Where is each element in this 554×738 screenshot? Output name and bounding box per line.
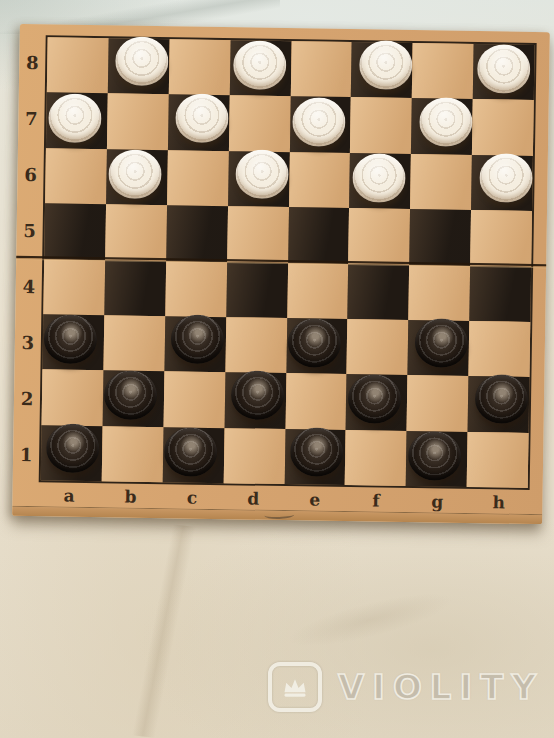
square-d1 [223, 428, 285, 484]
black-checker-f2 [348, 375, 402, 425]
square-b5 [105, 204, 167, 260]
square-h1 [467, 432, 529, 488]
black-checker-a1 [46, 423, 100, 473]
square-c7 [168, 95, 230, 151]
square-b7 [107, 94, 169, 150]
square-h2 [468, 376, 530, 432]
square-c8 [169, 39, 231, 95]
black-checker-e3 [288, 318, 342, 368]
square-d8 [229, 40, 291, 96]
file-label-a: a [38, 482, 100, 508]
file-label-e: e [284, 486, 346, 512]
square-c5 [166, 205, 228, 261]
rank-label-2: 2 [14, 370, 41, 426]
square-d2 [224, 372, 286, 428]
rank-label-7: 7 [18, 91, 45, 147]
square-e5 [288, 207, 350, 263]
square-e2 [285, 373, 347, 429]
rank-label-1: 1 [13, 426, 40, 482]
square-d4 [226, 262, 288, 318]
white-checker-d8 [232, 40, 286, 90]
white-checker-g7 [419, 97, 473, 147]
white-checker-b6 [108, 149, 162, 199]
white-checker-f8 [359, 40, 413, 90]
white-checker-b8 [115, 37, 169, 87]
square-b2 [102, 370, 164, 426]
pencil-mark [264, 510, 294, 519]
file-label-g: g [407, 488, 469, 514]
square-f2 [346, 374, 408, 430]
square-f1 [345, 430, 407, 486]
square-d3 [225, 317, 287, 373]
square-g4 [409, 265, 471, 321]
square-c1 [162, 427, 224, 483]
square-c4 [165, 261, 227, 317]
square-c3 [164, 316, 226, 372]
rank-label-6: 6 [17, 147, 44, 203]
square-h4 [469, 265, 531, 321]
file-label-b: b [100, 483, 162, 509]
rank-label-3: 3 [14, 314, 41, 370]
square-e6 [289, 152, 351, 208]
square-b6 [106, 149, 168, 205]
square-e8 [290, 41, 352, 97]
square-d5 [227, 206, 289, 262]
black-checker-h2 [475, 375, 529, 425]
rank-label-5: 5 [16, 202, 43, 258]
square-b1 [102, 426, 164, 482]
square-c6 [167, 150, 229, 206]
square-g1 [406, 431, 468, 487]
white-checker-h8 [477, 44, 531, 94]
square-a4 [43, 259, 105, 315]
square-b4 [104, 260, 166, 316]
checkers-board: 87654321 abcdefgh [12, 24, 550, 524]
white-checker-e7 [292, 97, 346, 147]
square-e7 [289, 96, 351, 152]
square-g7 [411, 98, 473, 154]
black-checker-g1 [408, 431, 462, 481]
file-label-d: d [222, 485, 284, 511]
square-c2 [163, 371, 225, 427]
square-h5 [470, 210, 532, 266]
white-checker-h6 [479, 153, 533, 203]
black-checker-e1 [290, 427, 344, 477]
square-b3 [103, 315, 165, 371]
file-label-f: f [345, 487, 407, 513]
black-checker-b2 [104, 371, 158, 421]
square-h3 [469, 321, 531, 377]
square-h8 [473, 44, 535, 100]
white-checker-c7 [175, 93, 229, 143]
square-d6 [228, 151, 290, 207]
square-h6 [471, 155, 533, 211]
watermark-text: VIOLITY [338, 667, 544, 707]
square-f4 [348, 264, 410, 320]
square-f8 [351, 42, 413, 98]
square-b8 [108, 38, 170, 94]
square-f6 [349, 153, 411, 209]
square-g6 [410, 154, 472, 210]
square-a3 [42, 314, 104, 370]
square-f5 [349, 208, 411, 264]
cloth-wrinkle [117, 521, 209, 738]
file-label-c: c [161, 484, 223, 510]
square-e3 [286, 318, 348, 374]
square-a2 [42, 370, 104, 426]
square-f7 [350, 97, 412, 153]
black-checker-d2 [230, 371, 284, 421]
square-g5 [409, 209, 471, 265]
square-g2 [407, 375, 469, 431]
square-a7 [46, 93, 108, 149]
photo-background: 87654321 abcdefgh VIOLITY [0, 0, 554, 738]
square-f3 [347, 319, 409, 375]
square-h7 [472, 99, 534, 155]
square-e4 [287, 263, 349, 319]
file-label-h: h [468, 489, 530, 515]
square-a5 [44, 203, 106, 259]
square-e1 [284, 429, 346, 485]
black-checker-c1 [164, 427, 218, 477]
white-checker-d6 [235, 149, 289, 199]
black-checker-g3 [415, 318, 469, 368]
crown-icon [268, 662, 322, 712]
rank-label-8: 8 [19, 35, 46, 91]
square-a1 [41, 425, 103, 481]
square-a8 [47, 37, 109, 93]
square-d7 [229, 96, 291, 152]
watermark: VIOLITY [268, 662, 544, 712]
square-a6 [45, 148, 107, 204]
square-g8 [412, 43, 474, 99]
white-checker-a7 [48, 93, 102, 143]
square-g3 [408, 320, 470, 376]
rank-label-4: 4 [15, 258, 42, 314]
black-checker-a3 [44, 314, 98, 364]
black-checker-c3 [170, 314, 224, 364]
white-checker-f6 [352, 153, 406, 203]
